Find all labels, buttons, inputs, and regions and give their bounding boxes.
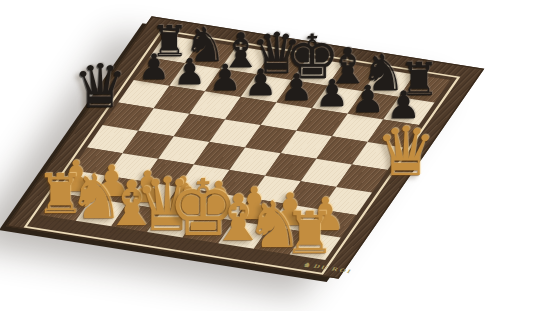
frame-inlay-line xyxy=(24,29,461,274)
board-squares xyxy=(40,35,450,260)
product-photo-stage: ♞ DU ROI ♜♞♝♛♚♝♞♜♟♟♟♟♟♟♟♟♟♟♟♟♟♟♟♟♜♞♝♛♚♝♞… xyxy=(0,0,533,311)
chess-board: ♞ DU ROI xyxy=(6,16,484,279)
board-frame xyxy=(6,16,484,279)
